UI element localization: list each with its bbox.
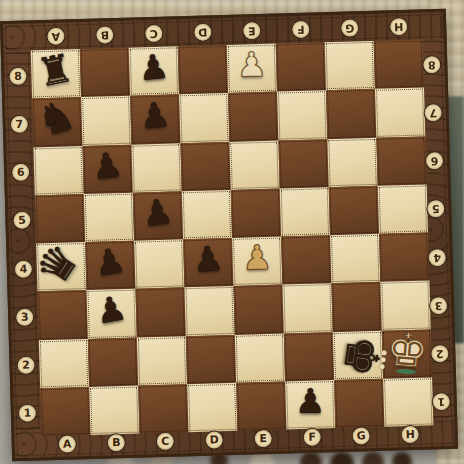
black-knight-glyph: ♞ [33, 94, 79, 143]
black-pawn-glyph: ♟ [138, 97, 172, 134]
square-f5[interactable] [280, 187, 330, 237]
rank-label-left-8: 8 [8, 66, 28, 86]
square-d5[interactable] [182, 190, 232, 240]
square-b5[interactable] [84, 192, 134, 242]
piece-black-pawn-b3[interactable]: ♟ [83, 286, 139, 342]
captured-piece-blur-5 [362, 452, 384, 464]
rank-label-right-4: 4 [427, 248, 447, 268]
square-g7[interactable] [326, 89, 376, 139]
piece-white-king-h2[interactable]: ♚ [381, 328, 434, 380]
square-h5[interactable] [378, 184, 428, 234]
square-g4[interactable] [330, 234, 380, 284]
square-b2[interactable] [88, 337, 138, 387]
captured-piece-blur-3 [300, 452, 322, 464]
square-a2[interactable] [39, 338, 89, 388]
piece-black-pawn-f1[interactable]: ♟ [286, 380, 335, 429]
piece-black-pawn-c8[interactable]: ♟ [127, 45, 180, 98]
piece-black-pawn-c7[interactable]: ♟ [129, 93, 182, 146]
square-f2[interactable] [284, 332, 334, 382]
piece-white-pawn-e4[interactable]: ♟ [232, 237, 282, 287]
square-e1[interactable] [236, 381, 286, 431]
square-c1[interactable] [138, 384, 188, 434]
black-pawn-glyph: ♟ [140, 193, 174, 230]
black-pawn-glyph: ♟ [90, 146, 125, 184]
captured-piece-blur-4 [330, 452, 354, 464]
square-g6[interactable] [327, 137, 377, 187]
black-pawn-glyph: ♟ [137, 49, 171, 86]
square-c3[interactable] [135, 288, 185, 338]
white-pawn-glyph: ♟ [236, 47, 267, 82]
piece-black-pawn-b6[interactable]: ♟ [80, 142, 135, 196]
square-d6[interactable] [180, 141, 230, 191]
square-d1[interactable] [187, 383, 237, 433]
square-d8[interactable] [178, 45, 228, 95]
black-pawn-glyph: ♟ [92, 242, 128, 281]
square-a6[interactable] [33, 146, 83, 196]
square-b1[interactable] [89, 385, 139, 435]
square-c4[interactable] [134, 239, 184, 289]
piece-black-king-g2-fallen[interactable]: ♚ [330, 327, 385, 383]
square-h8[interactable] [374, 40, 424, 90]
square-a1[interactable] [40, 387, 90, 437]
square-c2[interactable] [137, 336, 187, 386]
black-pawn-glyph: ♟ [295, 384, 326, 418]
square-h7[interactable] [375, 88, 425, 138]
square-f8[interactable] [276, 42, 326, 92]
chess-board: AABBCCDDEEFFGGHH8877665544332211 ♜♞♟♟♟♟♟… [0, 9, 458, 461]
photo-scene: AABBCCDDEEFFGGHH8877665544332211 ♜♞♟♟♟♟♟… [0, 0, 464, 464]
square-g5[interactable] [329, 186, 379, 236]
black-rook-glyph: ♜ [34, 47, 76, 92]
square-d3[interactable] [184, 286, 234, 336]
square-e6[interactable] [229, 140, 279, 190]
square-b7[interactable] [81, 96, 131, 146]
white-pawn-glyph: ♟ [241, 240, 272, 275]
square-d2[interactable] [186, 334, 236, 384]
square-b8[interactable] [80, 48, 130, 98]
square-e5[interactable] [231, 188, 281, 238]
piece-black-pawn-c5[interactable]: ♟ [131, 189, 185, 243]
square-f7[interactable] [277, 90, 327, 140]
rank-label-right-8: 8 [422, 55, 442, 75]
black-pawn-glyph: ♟ [93, 290, 129, 329]
square-d7[interactable] [179, 93, 229, 143]
square-h4[interactable] [379, 232, 429, 282]
square-g8[interactable] [325, 41, 375, 91]
white-king-glyph: ♚ [385, 325, 430, 374]
square-g1[interactable] [334, 379, 384, 429]
square-f6[interactable] [278, 139, 328, 189]
square-g3[interactable] [331, 282, 381, 332]
square-c6[interactable] [131, 143, 181, 193]
square-f3[interactable] [282, 283, 332, 333]
piece-white-pawn-e8[interactable]: ♟ [227, 44, 277, 94]
square-f4[interactable] [281, 235, 331, 285]
square-h6[interactable] [376, 136, 426, 186]
square-e3[interactable] [233, 285, 283, 335]
piece-black-pawn-d4[interactable]: ♟ [182, 237, 235, 289]
square-e2[interactable] [235, 333, 285, 383]
black-pawn-glyph: ♟ [191, 241, 224, 277]
captured-piece-blur-6 [392, 452, 412, 464]
square-h1[interactable] [383, 377, 433, 427]
square-e7[interactable] [228, 92, 278, 142]
